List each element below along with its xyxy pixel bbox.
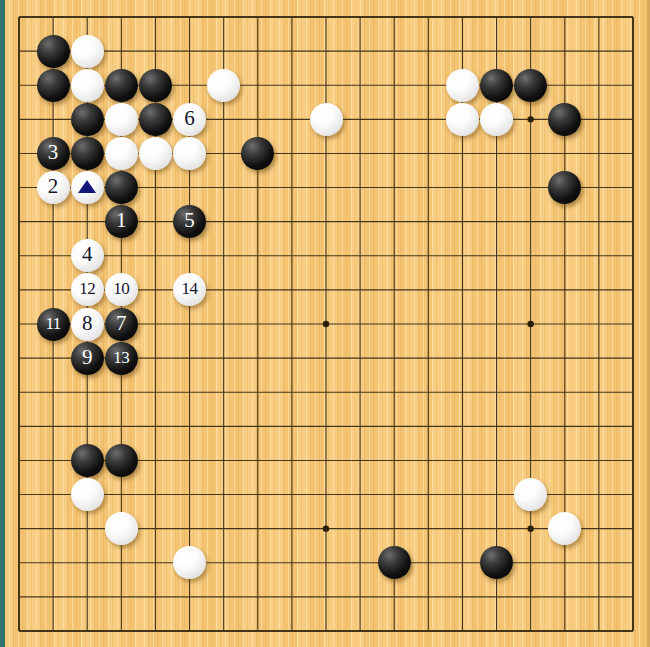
star-point xyxy=(527,525,533,531)
black-stone-M3[interactable] xyxy=(378,546,411,579)
white-stone-C17[interactable] xyxy=(71,69,104,102)
move-number-label: 8 xyxy=(82,313,93,334)
white-stone-D15[interactable] xyxy=(105,137,138,170)
white-stone-K16[interactable] xyxy=(310,103,343,136)
star-point xyxy=(527,321,533,327)
black-stone-E17[interactable] xyxy=(139,69,172,102)
move-number-label: 11 xyxy=(45,315,60,332)
black-stone-D6[interactable] xyxy=(105,444,138,477)
move-number-label: 4 xyxy=(82,244,93,265)
black-stone-H15[interactable] xyxy=(241,137,274,170)
white-stone-Q5[interactable] xyxy=(514,478,547,511)
white-stone-B14[interactable]: 2 xyxy=(37,171,70,204)
white-stone-D4[interactable] xyxy=(105,512,138,545)
white-stone-C5[interactable] xyxy=(71,478,104,511)
black-stone-B18[interactable] xyxy=(37,35,70,68)
star-point xyxy=(527,116,533,122)
black-stone-C15[interactable] xyxy=(71,137,104,170)
move-number-label: 2 xyxy=(48,176,59,197)
white-stone-F16[interactable]: 6 xyxy=(173,103,206,136)
white-stone-D11[interactable]: 10 xyxy=(105,273,138,306)
white-stone-G17[interactable] xyxy=(207,69,240,102)
black-stone-B10[interactable]: 11 xyxy=(37,308,70,341)
white-stone-C18[interactable] xyxy=(71,35,104,68)
black-stone-D14[interactable] xyxy=(105,171,138,204)
white-stone-E15[interactable] xyxy=(139,137,172,170)
move-number-label: 7 xyxy=(116,313,127,334)
move-number-label: 9 xyxy=(82,347,93,368)
black-stone-P17[interactable] xyxy=(480,69,513,102)
white-stone-O16[interactable] xyxy=(446,103,479,136)
black-stone-R16[interactable] xyxy=(548,103,581,136)
move-number-label: 14 xyxy=(182,280,198,297)
black-stone-D17[interactable] xyxy=(105,69,138,102)
black-stone-B17[interactable] xyxy=(37,69,70,102)
black-stone-B15[interactable]: 3 xyxy=(37,137,70,170)
star-point xyxy=(323,321,329,327)
black-stone-Q17[interactable] xyxy=(514,69,547,102)
white-stone-C10[interactable]: 8 xyxy=(71,308,104,341)
move-number-label: 10 xyxy=(113,280,129,297)
black-stone-D10[interactable]: 7 xyxy=(105,308,138,341)
white-stone-O17[interactable] xyxy=(446,69,479,102)
left-border-strip xyxy=(0,0,5,647)
triangle-marker xyxy=(78,180,96,193)
white-stone-C11[interactable]: 12 xyxy=(71,273,104,306)
black-stone-D13[interactable]: 1 xyxy=(105,205,138,238)
black-stone-C9[interactable]: 9 xyxy=(71,342,104,375)
white-stone-P16[interactable] xyxy=(480,103,513,136)
move-number-label: 3 xyxy=(48,142,59,163)
move-number-label: 13 xyxy=(113,349,129,366)
star-point xyxy=(323,525,329,531)
white-stone-C12[interactable]: 4 xyxy=(71,239,104,272)
white-stone-D16[interactable] xyxy=(105,103,138,136)
black-stone-C6[interactable] xyxy=(71,444,104,477)
black-stone-F13[interactable]: 5 xyxy=(173,205,206,238)
black-stone-C16[interactable] xyxy=(71,103,104,136)
move-number-label: 6 xyxy=(184,108,195,129)
move-number-label: 1 xyxy=(116,210,127,231)
black-stone-D9[interactable]: 13 xyxy=(105,342,138,375)
go-board-app: 6321541210141187913 xyxy=(0,0,650,647)
black-stone-E16[interactable] xyxy=(139,103,172,136)
move-number-label: 5 xyxy=(184,210,195,231)
white-stone-C14[interactable] xyxy=(71,171,104,204)
move-number-label: 12 xyxy=(79,280,95,297)
white-stone-F15[interactable] xyxy=(173,137,206,170)
